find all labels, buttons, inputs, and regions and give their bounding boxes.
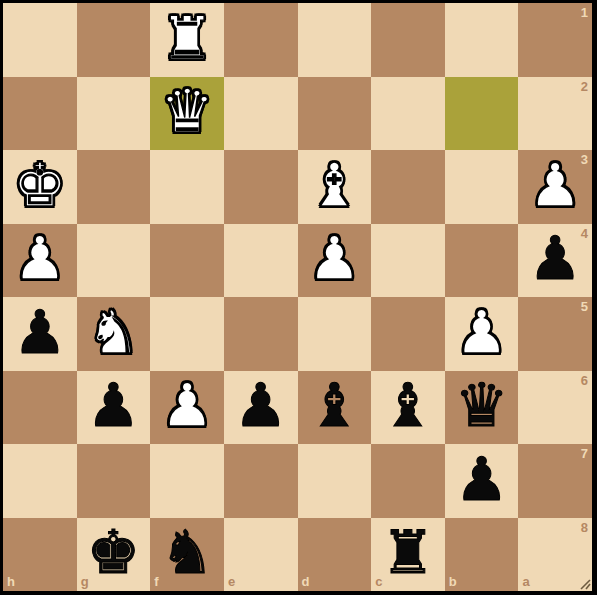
square-e5[interactable] (224, 297, 298, 371)
file-label-e: e (228, 575, 235, 588)
square-b4[interactable] (445, 224, 519, 298)
board-resize-handle-icon[interactable] (578, 577, 591, 590)
black-pawn-piece[interactable]: ♟ (13, 302, 67, 362)
square-e2[interactable] (224, 77, 298, 151)
square-g1[interactable] (77, 3, 151, 77)
file-label-f: f (154, 575, 158, 588)
square-b5[interactable]: ♟ (445, 297, 519, 371)
square-h5[interactable]: ♟ (3, 297, 77, 371)
square-f6[interactable]: ♟ (150, 371, 224, 445)
square-h4[interactable]: ♟ (3, 224, 77, 298)
board-frame: ♜1♛2♚♝♟3♟♟♟4♟♞♟5♟♟♟♝♝♛6♟7h♚g♞fed♜cb8a (0, 0, 597, 595)
square-d2[interactable] (298, 77, 372, 151)
square-g7[interactable] (77, 444, 151, 518)
square-c7[interactable] (371, 444, 445, 518)
file-label-b: b (449, 575, 457, 588)
square-h2[interactable] (3, 77, 77, 151)
square-c1[interactable] (371, 3, 445, 77)
square-b6[interactable]: ♛ (445, 371, 519, 445)
square-d3[interactable]: ♝ (298, 150, 372, 224)
white-knight-piece[interactable]: ♞ (87, 302, 141, 362)
white-king-piece[interactable]: ♚ (13, 155, 67, 215)
square-e3[interactable] (224, 150, 298, 224)
square-g4[interactable] (77, 224, 151, 298)
black-pawn-piece[interactable]: ♟ (528, 228, 582, 288)
white-rook-piece[interactable]: ♜ (160, 8, 214, 68)
black-pawn-piece[interactable]: ♟ (87, 375, 141, 435)
square-h6[interactable] (3, 371, 77, 445)
square-a7[interactable]: 7 (518, 444, 592, 518)
black-bishop-piece[interactable]: ♝ (307, 375, 361, 435)
square-a1[interactable]: 1 (518, 3, 592, 77)
white-pawn-piece[interactable]: ♟ (13, 228, 67, 288)
file-label-a: a (522, 575, 529, 588)
square-a5[interactable]: 5 (518, 297, 592, 371)
rank-label-3: 3 (581, 153, 588, 166)
square-a8[interactable]: 8a (518, 518, 592, 592)
white-pawn-piece[interactable]: ♟ (160, 375, 214, 435)
black-knight-piece[interactable]: ♞ (160, 522, 214, 582)
square-h8[interactable]: h (3, 518, 77, 592)
square-g3[interactable] (77, 150, 151, 224)
rank-label-4: 4 (581, 227, 588, 240)
square-b3[interactable] (445, 150, 519, 224)
square-h3[interactable]: ♚ (3, 150, 77, 224)
square-c2[interactable] (371, 77, 445, 151)
square-d4[interactable]: ♟ (298, 224, 372, 298)
square-h7[interactable] (3, 444, 77, 518)
rank-label-5: 5 (581, 300, 588, 313)
square-d6[interactable]: ♝ (298, 371, 372, 445)
square-c5[interactable] (371, 297, 445, 371)
rank-label-8: 8 (581, 521, 588, 534)
white-queen-piece[interactable]: ♛ (160, 81, 214, 141)
square-h1[interactable] (3, 3, 77, 77)
rank-label-2: 2 (581, 80, 588, 93)
square-c8[interactable]: ♜c (371, 518, 445, 592)
rank-label-6: 6 (581, 374, 588, 387)
file-label-h: h (7, 575, 15, 588)
black-queen-piece[interactable]: ♛ (455, 375, 509, 435)
white-bishop-piece[interactable]: ♝ (307, 155, 361, 215)
square-f3[interactable] (150, 150, 224, 224)
square-c4[interactable] (371, 224, 445, 298)
square-g2[interactable] (77, 77, 151, 151)
rank-label-1: 1 (581, 6, 588, 19)
square-e8[interactable]: e (224, 518, 298, 592)
white-pawn-piece[interactable]: ♟ (455, 302, 509, 362)
white-pawn-piece[interactable]: ♟ (528, 155, 582, 215)
chess-board: ♜1♛2♚♝♟3♟♟♟4♟♞♟5♟♟♟♝♝♛6♟7h♚g♞fed♜cb8a (3, 3, 592, 591)
square-e1[interactable] (224, 3, 298, 77)
square-f5[interactable] (150, 297, 224, 371)
white-pawn-piece[interactable]: ♟ (307, 228, 361, 288)
file-label-c: c (375, 575, 382, 588)
square-c3[interactable] (371, 150, 445, 224)
square-g8[interactable]: ♚g (77, 518, 151, 592)
square-d8[interactable]: d (298, 518, 372, 592)
square-e4[interactable] (224, 224, 298, 298)
square-e6[interactable]: ♟ (224, 371, 298, 445)
square-b8[interactable]: b (445, 518, 519, 592)
file-label-g: g (81, 575, 89, 588)
square-b2[interactable] (445, 77, 519, 151)
square-f7[interactable] (150, 444, 224, 518)
square-g5[interactable]: ♞ (77, 297, 151, 371)
square-g6[interactable]: ♟ (77, 371, 151, 445)
file-label-d: d (302, 575, 310, 588)
square-b7[interactable]: ♟ (445, 444, 519, 518)
black-bishop-piece[interactable]: ♝ (381, 375, 435, 435)
square-f1[interactable]: ♜ (150, 3, 224, 77)
square-a3[interactable]: ♟3 (518, 150, 592, 224)
square-f2[interactable]: ♛ (150, 77, 224, 151)
square-b1[interactable] (445, 3, 519, 77)
square-f4[interactable] (150, 224, 224, 298)
black-king-piece[interactable]: ♚ (87, 522, 141, 582)
square-c6[interactable]: ♝ (371, 371, 445, 445)
square-d7[interactable] (298, 444, 372, 518)
square-a4[interactable]: ♟4 (518, 224, 592, 298)
square-e7[interactable] (224, 444, 298, 518)
square-d5[interactable] (298, 297, 372, 371)
square-f8[interactable]: ♞f (150, 518, 224, 592)
square-d1[interactable] (298, 3, 372, 77)
black-pawn-piece[interactable]: ♟ (234, 375, 288, 435)
black-pawn-piece[interactable]: ♟ (455, 449, 509, 509)
square-a6[interactable]: 6 (518, 371, 592, 445)
square-a2[interactable]: 2 (518, 77, 592, 151)
black-rook-piece[interactable]: ♜ (381, 522, 435, 582)
rank-label-7: 7 (581, 447, 588, 460)
